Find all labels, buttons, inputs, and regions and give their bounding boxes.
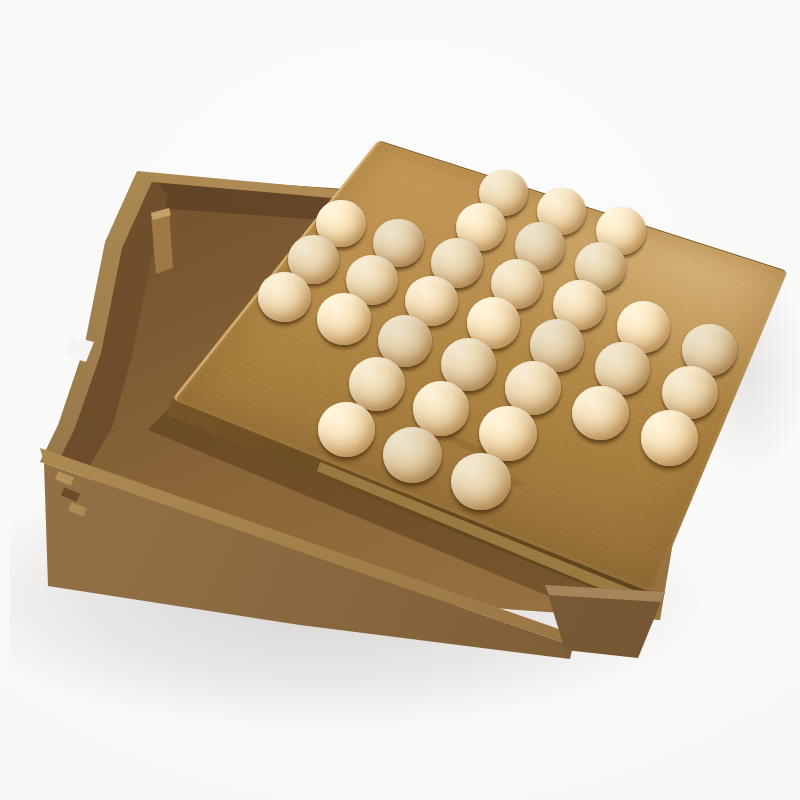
peg[interactable]: [317, 293, 371, 344]
peg[interactable]: [641, 410, 699, 465]
scene: [0, 0, 800, 800]
peg[interactable]: [383, 427, 442, 483]
peg[interactable]: [572, 386, 629, 441]
peg[interactable]: [349, 357, 405, 411]
peg[interactable]: [318, 402, 376, 457]
peg[interactable]: [451, 453, 511, 510]
peg[interactable]: [258, 272, 311, 323]
